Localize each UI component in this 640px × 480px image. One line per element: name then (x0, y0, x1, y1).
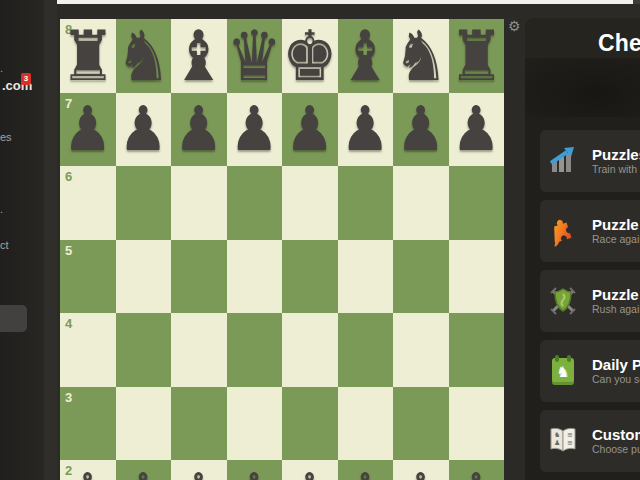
menu-item-subtitle: Race against the clock (592, 233, 640, 246)
rank-label-5: 5 (65, 243, 72, 258)
black-pawn-piece[interactable]: ♟ (119, 98, 168, 160)
square-b3[interactable] (116, 387, 172, 461)
square-f7[interactable]: ♟ (338, 93, 394, 167)
menu-item-subtitle: Can you solve today's puzzle? (592, 373, 640, 386)
menu-item-title: Custom Puzzles (592, 426, 640, 443)
browser-top-strip-end (633, 0, 640, 4)
square-a2[interactable]: 2♙ (60, 460, 116, 480)
square-h8[interactable]: ♜ (449, 19, 505, 93)
black-queen-piece[interactable]: ♛ (226, 21, 282, 90)
square-d4[interactable] (227, 313, 283, 387)
white-pawn-piece[interactable]: ♙ (341, 466, 390, 480)
white-pawn-piece[interactable]: ♙ (230, 466, 279, 480)
black-pawn-piece[interactable]: ♟ (174, 98, 223, 160)
square-g7[interactable]: ♟ (393, 93, 449, 167)
svg-text:♟: ♟ (554, 439, 560, 447)
black-king-piece[interactable]: ♚ (282, 21, 338, 90)
rank-label-6: 6 (65, 169, 72, 184)
square-b2[interactable]: ♙ (116, 460, 172, 480)
menu-item-title: Daily Puzzle (592, 356, 640, 373)
notification-badge[interactable]: 3 (21, 73, 31, 85)
black-knight-piece[interactable]: ♞ (393, 21, 449, 90)
chess-board[interactable]: 8♜♞♝♛♚♝♞♜7♟♟♟♟♟♟♟♟65432♙♙♙♙♙♙♙♙1♖♘♗♕♔♗♘♖ (60, 19, 504, 480)
square-e3[interactable] (282, 387, 338, 461)
square-b8[interactable]: ♞ (116, 19, 172, 93)
square-f2[interactable]: ♙ (338, 460, 394, 480)
menu-item-subtitle: Train with more than 500,000 puzzles (592, 163, 640, 176)
square-c7[interactable]: ♟ (171, 93, 227, 167)
menu-item-puzzle-battle[interactable]: Puzzle Battle Rush against an opponent (540, 270, 640, 332)
square-c3[interactable] (171, 387, 227, 461)
rank-label-3: 3 (65, 390, 72, 405)
square-a6[interactable]: 6 (60, 166, 116, 240)
menu-item-title: Puzzle Battle (592, 286, 640, 303)
browser-top-strip (13, 0, 633, 4)
menu-item-subtitle: Rush against an opponent (592, 303, 640, 316)
battle-shield-icon (549, 284, 577, 318)
square-g6[interactable] (393, 166, 449, 240)
square-d6[interactable] (227, 166, 283, 240)
square-h3[interactable] (449, 387, 505, 461)
square-g2[interactable]: ♙ (393, 460, 449, 480)
black-bishop-piece[interactable]: ♝ (337, 21, 393, 90)
square-f8[interactable]: ♝ (338, 19, 394, 93)
square-g3[interactable] (393, 387, 449, 461)
rank-label-4: 4 (65, 316, 72, 331)
square-g4[interactable] (393, 313, 449, 387)
calendar-knight-glyph: ♞ (552, 361, 574, 383)
square-e8[interactable]: ♚ (282, 19, 338, 93)
sidebar-edge (44, 0, 57, 480)
settings-gear-icon[interactable]: ⚙ (508, 18, 521, 34)
svg-text:≡: ≡ (567, 431, 573, 439)
menu-item-title: Puzzle Rush (592, 216, 640, 233)
page-title: Chess Puzzles (598, 30, 640, 57)
sidebar-item-fragment[interactable]: es (0, 131, 12, 143)
black-pawn-piece[interactable]: ♟ (63, 98, 112, 160)
white-pawn-piece[interactable]: ♙ (396, 466, 445, 480)
white-pawn-piece[interactable]: ♙ (174, 466, 223, 480)
custom-puzzles-book-icon: ♞♟ ≡≡ (549, 424, 577, 458)
sidebar-item-fragment[interactable]: . (0, 203, 3, 215)
black-pawn-piece[interactable]: ♟ (230, 98, 279, 160)
square-b6[interactable] (116, 166, 172, 240)
square-a8[interactable]: 8♜ (60, 19, 116, 93)
square-e5[interactable] (282, 240, 338, 314)
puzzles-panel: Chess Puzzles Puzzles Train with more th… (525, 18, 640, 480)
white-pawn-piece[interactable]: ♙ (119, 466, 168, 480)
sidebar-collapsed-button[interactable] (0, 305, 27, 332)
square-b5[interactable] (116, 240, 172, 314)
square-h6[interactable] (449, 166, 505, 240)
square-h7[interactable]: ♟ (449, 93, 505, 167)
square-e4[interactable] (282, 313, 338, 387)
sidebar-item-fragment[interactable]: . (0, 62, 3, 74)
square-c6[interactable] (171, 166, 227, 240)
square-g8[interactable]: ♞ (393, 19, 449, 93)
square-d8[interactable]: ♛ (227, 19, 283, 93)
square-f3[interactable] (338, 387, 394, 461)
square-f5[interactable] (338, 240, 394, 314)
square-a3[interactable]: 3 (60, 387, 116, 461)
white-pawn-piece[interactable]: ♙ (285, 466, 334, 480)
square-b4[interactable] (116, 313, 172, 387)
rating-chart-icon (549, 144, 577, 178)
square-b7[interactable]: ♟ (116, 93, 172, 167)
square-e7[interactable]: ♟ (282, 93, 338, 167)
menu-item-custom-puzzles[interactable]: ♞♟ ≡≡ Custom Puzzles Choose puzzles by t… (540, 410, 640, 472)
svg-text:≡: ≡ (567, 439, 573, 447)
square-d7[interactable]: ♟ (227, 93, 283, 167)
square-h2[interactable]: ♙ (449, 460, 505, 480)
square-a7[interactable]: 7♟ (60, 93, 116, 167)
square-d5[interactable] (227, 240, 283, 314)
square-h5[interactable] (449, 240, 505, 314)
puzzles-menu: Puzzles Train with more than 500,000 puz… (540, 130, 640, 480)
menu-item-puzzle-rush[interactable]: Puzzle Rush Race against the clock (540, 200, 640, 262)
square-e6[interactable] (282, 166, 338, 240)
square-f6[interactable] (338, 166, 394, 240)
black-knight-piece[interactable]: ♞ (115, 21, 171, 90)
square-e2[interactable]: ♙ (282, 460, 338, 480)
black-pawn-piece[interactable]: ♟ (341, 98, 390, 160)
square-h4[interactable] (449, 313, 505, 387)
black-pawn-piece[interactable]: ♟ (396, 98, 445, 160)
square-g5[interactable] (393, 240, 449, 314)
black-pawn-piece[interactable]: ♟ (285, 98, 334, 160)
white-pawn-piece[interactable]: ♙ (63, 466, 112, 480)
menu-item-title: Puzzles (592, 146, 640, 163)
sidebar-item-fragment[interactable]: ct (0, 239, 9, 251)
square-c8[interactable]: ♝ (171, 19, 227, 93)
puzzle-rush-icon (549, 214, 577, 248)
menu-item-puzzles[interactable]: Puzzles Train with more than 500,000 puz… (540, 130, 640, 192)
white-pawn-piece[interactable]: ♙ (452, 466, 501, 480)
square-c5[interactable] (171, 240, 227, 314)
black-pawn-piece[interactable]: ♟ (452, 98, 501, 160)
black-rook-piece[interactable]: ♜ (60, 21, 116, 90)
square-a5[interactable]: 5 (60, 240, 116, 314)
black-rook-piece[interactable]: ♜ (448, 21, 504, 90)
svg-text:♞: ♞ (554, 431, 560, 439)
square-c4[interactable] (171, 313, 227, 387)
square-f4[interactable] (338, 313, 394, 387)
square-c2[interactable]: ♙ (171, 460, 227, 480)
black-bishop-piece[interactable]: ♝ (171, 21, 227, 90)
menu-item-subtitle: Choose puzzles by theme (592, 443, 640, 456)
daily-puzzle-calendar-icon: ♞ (549, 354, 577, 388)
square-a4[interactable]: 4 (60, 313, 116, 387)
square-d3[interactable] (227, 387, 283, 461)
square-d2[interactable]: ♙ (227, 460, 283, 480)
panel-title-card: Chess Puzzles (525, 18, 640, 117)
menu-item-daily-puzzle[interactable]: ♞ Daily Puzzle Can you solve today's puz… (540, 340, 640, 402)
sidebar: .com 3 . es . ct (0, 0, 57, 480)
